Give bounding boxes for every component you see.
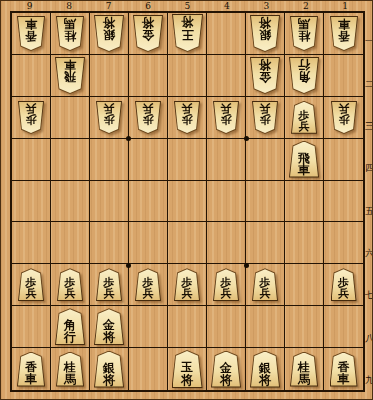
piece-bishop-sente[interactable]: 角行: [55, 308, 85, 345]
square-8七[interactable]: 歩兵: [51, 264, 90, 306]
piece-kanji: 歩兵: [331, 101, 357, 134]
koma-shape: 金将: [94, 308, 124, 345]
piece-lance-gote[interactable]: 香車: [330, 16, 358, 51]
square-2七[interactable]: [285, 264, 324, 306]
piece-kanji: 歩兵: [96, 268, 122, 301]
piece-kanji: 歩兵: [18, 268, 44, 301]
square-9一[interactable]: 香車: [12, 13, 51, 55]
square-2四[interactable]: 飛車: [285, 139, 324, 181]
square-6七[interactable]: 歩兵: [129, 264, 168, 306]
rank-label: 三: [365, 96, 373, 138]
koma-shape: 歩兵: [96, 268, 122, 301]
piece-kanji: 銀将: [94, 351, 124, 388]
square-9三[interactable]: 歩兵: [12, 97, 51, 139]
piece-pawn-gote[interactable]: 歩兵: [213, 101, 239, 134]
piece-lance-sente[interactable]: 香車: [330, 352, 358, 387]
square-2八[interactable]: [285, 306, 324, 348]
rank-label: 四: [365, 138, 373, 180]
square-8一[interactable]: 桂馬: [51, 13, 90, 55]
star-point: [244, 263, 249, 268]
piece-rook-sente[interactable]: 飛車: [289, 141, 319, 178]
square-3三[interactable]: 歩兵: [246, 97, 285, 139]
koma-shape: 玉将: [172, 350, 203, 388]
piece-gold-sente[interactable]: 金将: [211, 351, 241, 388]
koma-shape: 桂馬: [290, 352, 318, 387]
koma-shape: 桂馬: [56, 16, 84, 51]
koma-shape: 歩兵: [252, 268, 278, 301]
piece-kanji: 金将: [94, 308, 124, 345]
file-label: 9: [10, 1, 49, 11]
piece-kanji: 歩兵: [252, 101, 278, 134]
piece-kanji: 歩兵: [135, 101, 161, 134]
koma-shape: 桂馬: [290, 16, 318, 51]
rank-label: 二: [365, 53, 373, 95]
square-8四[interactable]: [51, 139, 90, 181]
piece-pawn-sente[interactable]: 歩兵: [291, 101, 317, 134]
file-label: 5: [168, 1, 207, 11]
square-3五[interactable]: [246, 181, 285, 223]
piece-kanji: 金将: [133, 15, 163, 52]
koma-shape: 飛車: [289, 141, 319, 178]
piece-kanji: 角行: [55, 308, 85, 345]
file-label: 2: [286, 1, 325, 11]
square-3八[interactable]: [246, 306, 285, 348]
square-2二[interactable]: 角行: [285, 55, 324, 97]
koma-shape: 歩兵: [331, 268, 357, 301]
file-label: 3: [247, 1, 286, 11]
square-9二[interactable]: [12, 55, 51, 97]
piece-kanji: 桂馬: [56, 16, 84, 51]
square-3六[interactable]: [246, 222, 285, 264]
square-7八[interactable]: 金将: [90, 306, 129, 348]
piece-kanji: 玉将: [172, 350, 203, 388]
piece-pawn-gote[interactable]: 歩兵: [135, 101, 161, 134]
square-1四[interactable]: [324, 139, 363, 181]
square-3九[interactable]: 銀将: [246, 348, 285, 390]
koma-shape: 歩兵: [96, 101, 122, 134]
square-5二[interactable]: [168, 55, 207, 97]
star-point: [244, 136, 249, 141]
piece-kanji: 歩兵: [174, 268, 200, 301]
piece-kanji: 歩兵: [96, 101, 122, 134]
square-4三[interactable]: 歩兵: [207, 97, 246, 139]
square-3二[interactable]: 金将: [246, 55, 285, 97]
piece-rook-gote[interactable]: 飛車: [55, 57, 85, 94]
square-1二[interactable]: [324, 55, 363, 97]
piece-gold-gote[interactable]: 金将: [133, 15, 163, 52]
koma-shape: 桂馬: [56, 352, 84, 387]
piece-kanji: 歩兵: [174, 101, 200, 134]
piece-kanji: 香車: [330, 16, 358, 51]
rank-label: 一: [365, 11, 373, 53]
piece-pawn-gote[interactable]: 歩兵: [252, 101, 278, 134]
piece-kanji: 飛車: [289, 141, 319, 178]
koma-shape: 銀将: [250, 351, 280, 388]
koma-shape: 銀将: [94, 351, 124, 388]
shogi-board-screenshot: 987654321 一二三四五六七八九 香車桂馬銀将金将王将銀将桂馬香車飛車金将…: [0, 0, 373, 400]
piece-pawn-gote[interactable]: 歩兵: [331, 101, 357, 134]
piece-pawn-gote[interactable]: 歩兵: [174, 101, 200, 134]
square-5八[interactable]: [168, 306, 207, 348]
piece-kanji: 歩兵: [18, 101, 44, 134]
piece-lance-gote[interactable]: 香車: [17, 16, 45, 51]
koma-shape: 歩兵: [213, 101, 239, 134]
piece-silver-gote[interactable]: 銀将: [94, 15, 124, 52]
piece-bishop-gote[interactable]: 角行: [289, 57, 319, 94]
file-label: 1: [326, 1, 365, 11]
piece-pawn-sente[interactable]: 歩兵: [135, 268, 161, 301]
koma-shape: 歩兵: [174, 101, 200, 134]
koma-shape: 香車: [17, 352, 45, 387]
koma-shape: 歩兵: [18, 101, 44, 134]
rank-label: 五: [365, 180, 373, 222]
square-6八[interactable]: [129, 306, 168, 348]
piece-kanji: 桂馬: [290, 16, 318, 51]
square-1九[interactable]: 香車: [324, 348, 363, 390]
square-9五[interactable]: [12, 181, 51, 223]
square-5一[interactable]: 王将: [168, 13, 207, 55]
square-3四[interactable]: [246, 139, 285, 181]
piece-kanji: 歩兵: [213, 268, 239, 301]
koma-shape: 歩兵: [213, 268, 239, 301]
square-2六[interactable]: [285, 222, 324, 264]
koma-shape: 角行: [289, 57, 319, 94]
piece-pawn-sente[interactable]: 歩兵: [57, 268, 83, 301]
square-7六[interactable]: [90, 222, 129, 264]
square-6二[interactable]: [129, 55, 168, 97]
square-9六[interactable]: [12, 222, 51, 264]
piece-knight-sente[interactable]: 桂馬: [290, 352, 318, 387]
piece-kanji: 銀将: [250, 15, 280, 52]
koma-shape: 銀将: [94, 15, 124, 52]
piece-pawn-sente[interactable]: 歩兵: [18, 268, 44, 301]
square-6一[interactable]: 金将: [129, 13, 168, 55]
square-5六[interactable]: [168, 222, 207, 264]
square-2九[interactable]: 桂馬: [285, 348, 324, 390]
piece-silver-sente[interactable]: 銀将: [250, 351, 280, 388]
rank-label: 九: [365, 350, 373, 392]
piece-kanji: 桂馬: [290, 352, 318, 387]
piece-gold-sente[interactable]: 金将: [94, 308, 124, 345]
rank-label: 六: [365, 223, 373, 265]
square-7四[interactable]: [90, 139, 129, 181]
square-7三[interactable]: 歩兵: [90, 97, 129, 139]
piece-kanji: 香車: [330, 352, 358, 387]
square-9八[interactable]: [12, 306, 51, 348]
square-5四[interactable]: [168, 139, 207, 181]
piece-kanji: 銀将: [94, 15, 124, 52]
piece-pawn-gote[interactable]: 歩兵: [18, 101, 44, 134]
koma-shape: 角行: [55, 308, 85, 345]
square-3一[interactable]: 銀将: [246, 13, 285, 55]
rank-labels-column: 一二三四五六七八九: [365, 11, 373, 392]
piece-kanji: 香車: [17, 16, 45, 51]
file-label: 8: [49, 1, 88, 11]
file-label: 7: [89, 1, 128, 11]
square-2一[interactable]: 桂馬: [285, 13, 324, 55]
square-6九[interactable]: [129, 348, 168, 390]
rank-label: 七: [365, 265, 373, 307]
square-8五[interactable]: [51, 181, 90, 223]
square-5九[interactable]: 玉将: [168, 348, 207, 390]
square-6六[interactable]: [129, 222, 168, 264]
square-4一[interactable]: [207, 13, 246, 55]
koma-shape: 歩兵: [135, 268, 161, 301]
piece-silver-sente[interactable]: 銀将: [94, 351, 124, 388]
koma-shape: 香車: [330, 352, 358, 387]
file-label: 4: [207, 1, 246, 11]
piece-pawn-sente[interactable]: 歩兵: [174, 268, 200, 301]
square-8八[interactable]: 角行: [51, 306, 90, 348]
square-6三[interactable]: 歩兵: [129, 97, 168, 139]
square-1三[interactable]: 歩兵: [324, 97, 363, 139]
koma-shape: 金将: [133, 15, 163, 52]
square-9四[interactable]: [12, 139, 51, 181]
piece-kanji: 桂馬: [56, 352, 84, 387]
square-4九[interactable]: 金将: [207, 348, 246, 390]
piece-kanji: 歩兵: [252, 268, 278, 301]
piece-kanji: 歩兵: [213, 101, 239, 134]
piece-pawn-sente[interactable]: 歩兵: [252, 268, 278, 301]
board-grid: 香車桂馬銀将金将王将銀将桂馬香車飛車金将角行歩兵歩兵歩兵歩兵歩兵歩兵歩兵歩兵飛車…: [10, 11, 365, 392]
piece-pawn-gote[interactable]: 歩兵: [96, 101, 122, 134]
piece-kanji: 飛車: [55, 57, 85, 94]
square-4八[interactable]: [207, 306, 246, 348]
square-5五[interactable]: [168, 181, 207, 223]
square-9九[interactable]: 香車: [12, 348, 51, 390]
square-1一[interactable]: 香車: [324, 13, 363, 55]
star-point: [126, 263, 131, 268]
square-5三[interactable]: 歩兵: [168, 97, 207, 139]
piece-king-gote[interactable]: 王将: [172, 14, 203, 52]
piece-gold-gote[interactable]: 金将: [250, 57, 280, 94]
koma-shape: 歩兵: [331, 101, 357, 134]
star-point: [126, 136, 131, 141]
koma-shape: 香車: [17, 16, 45, 51]
square-1七[interactable]: 歩兵: [324, 264, 363, 306]
koma-shape: 歩兵: [174, 268, 200, 301]
square-3七[interactable]: 歩兵: [246, 264, 285, 306]
piece-kanji: 歩兵: [135, 268, 161, 301]
piece-knight-gote[interactable]: 桂馬: [290, 16, 318, 51]
piece-lance-sente[interactable]: 香車: [17, 352, 45, 387]
square-4五[interactable]: [207, 181, 246, 223]
square-1六[interactable]: [324, 222, 363, 264]
koma-shape: 金将: [211, 351, 241, 388]
square-1八[interactable]: [324, 306, 363, 348]
koma-shape: 王将: [172, 14, 203, 52]
square-4二[interactable]: [207, 55, 246, 97]
piece-kanji: 金将: [250, 57, 280, 94]
square-8九[interactable]: 桂馬: [51, 348, 90, 390]
square-2三[interactable]: 歩兵: [285, 97, 324, 139]
square-5七[interactable]: 歩兵: [168, 264, 207, 306]
koma-shape: 金将: [250, 57, 280, 94]
piece-silver-gote[interactable]: 銀将: [250, 15, 280, 52]
square-9七[interactable]: 歩兵: [12, 264, 51, 306]
piece-kanji: 角行: [289, 57, 319, 94]
piece-kanji: 王将: [172, 14, 203, 52]
piece-kanji: 香車: [17, 352, 45, 387]
piece-kanji: 歩兵: [331, 268, 357, 301]
square-8六[interactable]: [51, 222, 90, 264]
koma-shape: 歩兵: [135, 101, 161, 134]
square-7一[interactable]: 銀将: [90, 13, 129, 55]
piece-knight-sente[interactable]: 桂馬: [56, 352, 84, 387]
square-4四[interactable]: [207, 139, 246, 181]
piece-pawn-sente[interactable]: 歩兵: [331, 268, 357, 301]
rank-label: 八: [365, 307, 373, 349]
piece-kanji: 歩兵: [291, 101, 317, 134]
file-labels-row: 987654321: [10, 1, 365, 11]
square-2五[interactable]: [285, 181, 324, 223]
square-8三[interactable]: [51, 97, 90, 139]
square-7九[interactable]: 銀将: [90, 348, 129, 390]
square-6五[interactable]: [129, 181, 168, 223]
square-1五[interactable]: [324, 181, 363, 223]
piece-kanji: 銀将: [250, 351, 280, 388]
koma-shape: 歩兵: [57, 268, 83, 301]
square-4七[interactable]: 歩兵: [207, 264, 246, 306]
piece-knight-gote[interactable]: 桂馬: [56, 16, 84, 51]
koma-shape: 香車: [330, 16, 358, 51]
koma-shape: 歩兵: [18, 268, 44, 301]
square-7二[interactable]: [90, 55, 129, 97]
square-6四[interactable]: [129, 139, 168, 181]
file-label: 6: [128, 1, 167, 11]
square-4六[interactable]: [207, 222, 246, 264]
piece-kanji: 歩兵: [57, 268, 83, 301]
piece-king-sente[interactable]: 玉将: [172, 350, 203, 388]
koma-shape: 歩兵: [252, 101, 278, 134]
piece-pawn-sente[interactable]: 歩兵: [213, 268, 239, 301]
square-7五[interactable]: [90, 181, 129, 223]
koma-shape: 銀将: [250, 15, 280, 52]
piece-kanji: 金将: [211, 351, 241, 388]
square-7七[interactable]: 歩兵: [90, 264, 129, 306]
piece-pawn-sente[interactable]: 歩兵: [96, 268, 122, 301]
koma-shape: 飛車: [55, 57, 85, 94]
koma-shape: 歩兵: [291, 101, 317, 134]
square-8二[interactable]: 飛車: [51, 55, 90, 97]
